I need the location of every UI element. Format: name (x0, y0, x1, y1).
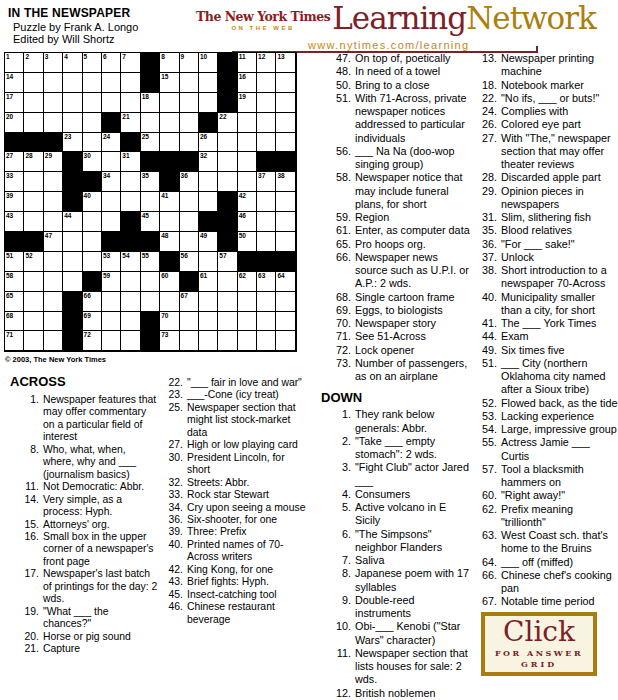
grid-cell[interactable] (180, 312, 199, 332)
clue-item: 40.Municipality smaller than a city, for… (469, 291, 618, 318)
clue-item: 7.Saliva (315, 554, 472, 567)
grid-cell[interactable]: 66 (83, 292, 102, 312)
grid-cell[interactable]: 39 (5, 192, 24, 212)
grid-cell[interactable] (141, 113, 160, 133)
grid-cell[interactable]: 70 (160, 312, 179, 332)
grid-cell[interactable]: 40 (83, 192, 102, 212)
grid-cell[interactable] (24, 292, 43, 312)
grid-cell[interactable]: 52 (24, 252, 43, 272)
grid-cell[interactable] (199, 331, 218, 351)
grid-cell[interactable] (24, 172, 43, 192)
grid-cell[interactable]: 3 (44, 53, 63, 73)
clue-text: "No ifs, ___ or buts!" (501, 92, 618, 105)
clue-item: 4.Consumers (315, 488, 472, 501)
clue-text: Flowed back, as the tide (501, 397, 618, 410)
answer-grid-button[interactable]: Click FOR ANSWER GRID (481, 612, 597, 676)
grid-cell[interactable] (44, 192, 63, 212)
clue-item: 31.Slim, slithering fish (469, 211, 618, 224)
grid-cell-black (160, 252, 179, 272)
grid-cell[interactable]: 8 (160, 53, 179, 73)
grid-cell[interactable] (63, 113, 82, 133)
grid-cell[interactable]: 38 (276, 172, 295, 192)
clue-number: 11. (6, 481, 43, 493)
clue-text: Chinese chef's cooking pan (501, 569, 618, 596)
logo-url-link[interactable]: www.nytimes.com/learning (308, 39, 469, 51)
grid-cell[interactable]: 14 (5, 73, 24, 93)
cell-number: 9 (181, 53, 185, 61)
grid-cell[interactable]: 4 (63, 53, 82, 73)
grid-cell[interactable] (63, 232, 82, 252)
clue-text: Rock star Stewart (187, 489, 310, 501)
grid-cell[interactable]: 2 (24, 53, 43, 73)
grid-cell[interactable] (102, 212, 121, 232)
grid-cell[interactable]: 62 (238, 272, 257, 292)
grid-cell[interactable]: 32 (199, 152, 218, 172)
grid-cell[interactable] (180, 232, 199, 252)
grid-cell[interactable]: 72 (83, 331, 102, 351)
grid-cell[interactable] (199, 252, 218, 272)
answer-grid-button-click-label: Click (485, 617, 593, 647)
grid-cell-black (63, 172, 82, 192)
grid-cell[interactable] (276, 73, 295, 93)
clue-number: 69. (315, 304, 355, 317)
grid-cell[interactable] (44, 331, 63, 351)
grid-cell[interactable] (238, 152, 257, 172)
cell-number: 38 (277, 172, 284, 180)
grid-cell[interactable] (238, 331, 257, 351)
clue-item: 9.Double-reed instruments (315, 594, 472, 621)
grid-cell[interactable] (44, 312, 63, 332)
grid-cell[interactable] (44, 212, 63, 232)
clue-text: Very simple, as a process: Hyph. (43, 494, 159, 519)
grid-cell[interactable]: 73 (160, 331, 179, 351)
cell-number: 53 (103, 252, 110, 260)
grid-cell[interactable] (24, 113, 43, 133)
grid-cell[interactable] (238, 113, 257, 133)
grid-cell[interactable]: 61 (199, 272, 218, 292)
grid-cell[interactable] (238, 172, 257, 192)
cell-number: 30 (84, 152, 91, 160)
cell-number: 10 (200, 53, 207, 61)
clue-number: 13. (469, 52, 501, 79)
grid-cell[interactable] (24, 192, 43, 212)
grid-cell-black (141, 331, 160, 351)
grid-cell[interactable] (218, 331, 237, 351)
clue-item: 44.Exam (469, 330, 618, 343)
grid-cell[interactable]: 19 (238, 93, 257, 113)
grid-cell[interactable] (257, 232, 276, 252)
grid-cell[interactable]: 11 (238, 53, 257, 73)
grid-cell[interactable] (199, 312, 218, 332)
grid-cell[interactable]: 44 (63, 212, 82, 232)
grid-cell[interactable] (83, 113, 102, 133)
clue-number: 66. (469, 569, 501, 596)
grid-cell[interactable]: 21 (121, 113, 140, 133)
clue-text: Newspaper news source such as U.P.I. or … (355, 251, 472, 291)
grid-cell[interactable] (121, 331, 140, 351)
grid-cell-black (257, 152, 276, 172)
grid-cell[interactable] (83, 212, 102, 232)
grid-cell[interactable]: 23 (63, 133, 82, 153)
clue-number: 17. (6, 568, 43, 605)
clue-item: 28.Discarded apple part (469, 171, 618, 184)
grid-cell[interactable]: 55 (141, 252, 160, 272)
grid-cell[interactable] (199, 292, 218, 312)
grid-cell[interactable]: 16 (238, 73, 257, 93)
clue-item: 46.Chinese restaurant beverage (157, 601, 310, 626)
cell-number: 19 (239, 93, 246, 101)
grid-cell[interactable] (141, 272, 160, 292)
grid-cell[interactable]: 7 (121, 53, 140, 73)
grid-cell[interactable] (102, 292, 121, 312)
clue-item: 52.Flowed back, as the tide (469, 397, 618, 410)
grid-cell[interactable]: 26 (199, 133, 218, 153)
clue-text: See 51-Across (355, 330, 472, 343)
clue-number: 53. (469, 410, 501, 423)
grid-cell[interactable]: 24 (102, 133, 121, 153)
clue-text: Eggs, to biologists (355, 304, 472, 317)
grid-cell-black (63, 312, 82, 332)
grid-cell[interactable]: 59 (102, 272, 121, 292)
grid-cell[interactable] (102, 152, 121, 172)
grid-cell[interactable] (218, 133, 237, 153)
grid-cell[interactable] (160, 93, 179, 113)
grid-cell-black (63, 192, 82, 212)
grid-cell[interactable] (83, 133, 102, 153)
grid-cell[interactable] (24, 73, 43, 93)
grid-cell[interactable]: 25 (141, 133, 160, 153)
grid-cell[interactable] (257, 192, 276, 212)
grid-cell[interactable] (160, 212, 179, 232)
grid-cell[interactable] (102, 312, 121, 332)
grid-cell[interactable]: 69 (83, 312, 102, 332)
grid-cell[interactable] (102, 331, 121, 351)
grid-cell[interactable] (63, 93, 82, 113)
grid-cell[interactable] (83, 73, 102, 93)
clue-text: Notable time period (501, 595, 618, 608)
grid-cell[interactable]: 36 (180, 172, 199, 192)
clue-text: ___-Cone (icy treat) (187, 389, 310, 401)
clue-item: 27.High or low playing card (157, 439, 310, 451)
grid-cell[interactable] (121, 292, 140, 312)
grid-cell[interactable] (44, 172, 63, 192)
clue-item: 71.See 51-Across (315, 330, 472, 343)
clue-item: 11.Newspaper section that lists houses f… (315, 647, 472, 687)
clue-text: Exam (501, 330, 618, 343)
grid-cell[interactable] (257, 331, 276, 351)
grid-cell[interactable] (276, 113, 295, 133)
clue-item: 63.West Coast sch. that's home to the Br… (469, 529, 618, 556)
grid-cell[interactable]: 65 (5, 292, 24, 312)
cell-number: 18 (142, 93, 149, 101)
grid-cell[interactable] (218, 272, 237, 292)
grid-cell[interactable] (83, 252, 102, 272)
grid-cell-black (257, 252, 276, 272)
grid-cell[interactable] (218, 172, 237, 192)
grid-cell[interactable] (218, 312, 237, 332)
grid-cell[interactable] (257, 93, 276, 113)
grid-cell[interactable] (44, 93, 63, 113)
clue-number: 39. (157, 526, 187, 538)
grid-cell[interactable] (257, 113, 276, 133)
clue-number: 73. (315, 357, 355, 384)
grid-cell[interactable]: 45 (141, 212, 160, 232)
clue-text: Small box in the upper corner of a newsp… (43, 531, 159, 568)
grid-cell[interactable] (180, 192, 199, 212)
grid-cell[interactable] (121, 172, 140, 192)
cell-number: 37 (258, 172, 265, 180)
clue-item: 61.Enter, as computer data (315, 224, 472, 237)
cell-number: 61 (200, 272, 207, 280)
grid-cell[interactable]: 34 (102, 172, 121, 192)
clue-number: 27. (157, 439, 187, 451)
grid-cell[interactable] (102, 93, 121, 113)
grid-cell[interactable] (44, 292, 63, 312)
clue-number: 56. (315, 145, 355, 172)
grid-cell[interactable]: 13 (276, 53, 295, 73)
grid-cell[interactable] (121, 312, 140, 332)
grid-cell[interactable] (180, 93, 199, 113)
grid-cell[interactable]: 31 (121, 152, 140, 172)
grid-cell[interactable] (276, 312, 295, 332)
grid-cell[interactable]: 10 (199, 53, 218, 73)
clue-item: 68.Single cartoon frame (315, 291, 472, 304)
cell-number: 2 (25, 53, 29, 61)
cell-number: 6 (103, 53, 107, 61)
grid-cell[interactable]: 58 (5, 272, 24, 292)
grid-cell[interactable]: 50 (238, 232, 257, 252)
grid-cell-black (83, 272, 102, 292)
clue-text: King Kong, for one (187, 564, 310, 576)
grid-cell[interactable] (180, 133, 199, 153)
clue-number: 1. (6, 394, 43, 444)
grid-cell[interactable]: 17 (5, 93, 24, 113)
clue-number: 22. (157, 377, 187, 389)
grid-cell[interactable] (44, 272, 63, 292)
grid-cell[interactable]: 56 (180, 252, 199, 272)
grid-cell[interactable] (160, 133, 179, 153)
clue-text: Newspaper features that may offer commen… (43, 394, 159, 444)
grid-cell[interactable] (276, 292, 295, 312)
clue-item: 11.Not Democratic: Abbr. (6, 481, 159, 493)
grid-cell[interactable] (83, 93, 102, 113)
grid-cell[interactable] (238, 292, 257, 312)
clue-text: Newspaper section that might list stock-… (187, 402, 310, 439)
clue-number: 21. (6, 643, 43, 655)
grid-cell-black (44, 133, 63, 153)
grid-cell[interactable]: 6 (102, 53, 121, 73)
clue-text: Three: Prefix (187, 526, 310, 538)
grid-cell[interactable]: 30 (83, 152, 102, 172)
cell-number: 52 (25, 252, 32, 260)
grid-cell[interactable] (257, 312, 276, 332)
grid-cell[interactable] (276, 331, 295, 351)
grid-cell[interactable] (63, 252, 82, 272)
grid-cell[interactable] (102, 73, 121, 93)
nyt-learning-network-logo: The New York Times ON THE WEB LearningNe… (196, 2, 556, 54)
clue-item: 72.Lock opener (315, 344, 472, 357)
grid-cell[interactable]: 64 (276, 272, 295, 292)
grid-cell[interactable]: 35 (141, 172, 160, 192)
grid-cell[interactable] (24, 331, 43, 351)
cell-number: 11 (239, 53, 246, 61)
grid-cell[interactable]: 46 (238, 212, 257, 232)
grid-cell[interactable] (199, 172, 218, 192)
grid-cell[interactable]: 42 (238, 192, 257, 212)
grid-cell[interactable] (276, 212, 295, 232)
grid-cell[interactable]: 12 (257, 53, 276, 73)
cell-number: 65 (6, 292, 13, 300)
clue-number: 43. (157, 576, 187, 588)
grid-cell-black (121, 133, 140, 153)
grid-cell[interactable] (276, 93, 295, 113)
cell-number: 40 (84, 192, 91, 200)
grid-cell[interactable] (238, 312, 257, 332)
clue-text: Japanese poem with 17 syllables (355, 567, 472, 594)
clue-text: Active volcano in E Sicily (355, 501, 472, 528)
grid-cell[interactable]: 63 (257, 272, 276, 292)
cell-number: 7 (122, 53, 126, 61)
grid-cell[interactable] (160, 113, 179, 133)
clue-number: 42. (157, 564, 187, 576)
clue-number: 46. (157, 601, 187, 626)
grid-cell[interactable] (121, 192, 140, 212)
grid-cell-black (218, 73, 237, 93)
grid-cell[interactable]: 37 (257, 172, 276, 192)
grid-cell[interactable] (121, 73, 140, 93)
clue-item: 8.Japanese poem with 17 syllables (315, 567, 472, 594)
cell-number: 26 (200, 133, 207, 141)
clue-item: 64.___ off (miffed) (469, 556, 618, 569)
clue-text: ___ City (northern Oklahoma city named a… (501, 357, 618, 397)
grid-cell[interactable] (276, 192, 295, 212)
grid-cell[interactable] (199, 192, 218, 212)
grid-cell[interactable] (63, 272, 82, 292)
clue-number: 15. (6, 519, 43, 531)
grid-cell[interactable]: 67 (180, 292, 199, 312)
grid-cell[interactable] (276, 133, 295, 153)
cell-number: 49 (200, 232, 207, 240)
grid-cell[interactable]: 48 (160, 232, 179, 252)
clue-text: "Fight Club" actor Jared ___ (355, 461, 472, 488)
clue-number: 71. (315, 330, 355, 343)
grid-cell[interactable]: 1 (5, 53, 24, 73)
grid-cell-black (218, 232, 237, 252)
grid-cell[interactable] (257, 212, 276, 232)
clue-text: Capture (43, 643, 159, 655)
clue-text: Double-reed instruments (355, 594, 472, 621)
clue-number: 61. (315, 224, 355, 237)
grid-cell[interactable] (257, 133, 276, 153)
grid-cell[interactable]: 68 (5, 312, 24, 332)
clue-text: Bring to a close (355, 79, 472, 92)
clue-item: 56.___ Na Na (doo-wop singing group) (315, 145, 472, 172)
cell-number: 67 (181, 292, 188, 300)
grid-cell-black (63, 331, 82, 351)
cell-number: 69 (84, 312, 91, 320)
clue-item: 39.Three: Prefix (157, 526, 310, 538)
grid-cell[interactable]: 33 (5, 172, 24, 192)
grid-cell[interactable]: 29 (44, 152, 63, 172)
grid-cell[interactable] (44, 252, 63, 272)
grid-cell[interactable] (180, 331, 199, 351)
grid-cell-black (5, 232, 24, 252)
clue-number: 18. (469, 79, 501, 92)
grid-cell[interactable] (141, 192, 160, 212)
grid-cell[interactable] (24, 312, 43, 332)
grid-cell[interactable] (44, 73, 63, 93)
grid-cell[interactable]: 71 (5, 331, 24, 351)
grid-cell[interactable] (199, 93, 218, 113)
learning-wordmark: Learning (332, 0, 466, 36)
grid-cell[interactable] (121, 272, 140, 292)
clue-number: 49. (469, 344, 501, 357)
grid-cell[interactable]: 41 (160, 192, 179, 212)
grid-cell[interactable]: 49 (199, 232, 218, 252)
grid-cell[interactable]: 47 (44, 232, 63, 252)
grid-cell[interactable] (102, 192, 121, 212)
grid-cell[interactable] (141, 292, 160, 312)
grid-cell[interactable] (180, 212, 199, 232)
clue-number: 8. (315, 567, 355, 594)
grid-cell[interactable]: 27 (5, 152, 24, 172)
grid-cell[interactable]: 15 (160, 73, 179, 93)
grid-cell[interactable]: 20 (5, 113, 24, 133)
grid-cell[interactable] (83, 232, 102, 252)
grid-cell[interactable]: 53 (102, 252, 121, 272)
grid-cell[interactable] (238, 133, 257, 153)
grid-cell[interactable]: 43 (5, 212, 24, 232)
grid-cell[interactable]: 5 (83, 53, 102, 73)
grid-cell[interactable] (257, 73, 276, 93)
learning-network-wordmark: LearningNetwork (332, 2, 596, 34)
grid-cell-black (199, 113, 218, 133)
grid-cell-black (238, 252, 257, 272)
clue-item: 5.Active volcano in E Sicily (315, 501, 472, 528)
grid-cell[interactable] (63, 73, 82, 93)
cell-number: 29 (45, 152, 52, 160)
grid-cell[interactable] (160, 292, 179, 312)
grid-cell[interactable] (44, 113, 63, 133)
grid-cell[interactable] (180, 73, 199, 93)
grid-cell[interactable] (180, 113, 199, 133)
grid-cell[interactable] (24, 93, 43, 113)
cell-number: 33 (6, 172, 13, 180)
clue-text: Brief fights: Hyph. (187, 576, 310, 588)
grid-cell[interactable]: 18 (141, 93, 160, 113)
grid-cell[interactable] (199, 73, 218, 93)
grid-cell[interactable] (24, 272, 43, 292)
grid-cell[interactable]: 9 (180, 53, 199, 73)
grid-cell[interactable]: 54 (121, 252, 140, 272)
cell-number: 42 (239, 192, 246, 200)
grid-cell[interactable]: 22 (218, 113, 237, 133)
clue-number: 19. (6, 606, 43, 631)
grid-cell[interactable] (218, 292, 237, 312)
grid-cell[interactable]: 60 (160, 272, 179, 292)
clue-number: 8. (6, 444, 43, 481)
cell-number: 23 (64, 133, 71, 141)
grid-cell[interactable] (24, 212, 43, 232)
grid-cell[interactable] (276, 232, 295, 252)
grid-cell[interactable] (257, 292, 276, 312)
grid-cell[interactable]: 57 (218, 252, 237, 272)
grid-cell[interactable]: 51 (5, 252, 24, 272)
grid-cell[interactable]: 28 (24, 152, 43, 172)
grid-cell[interactable] (218, 152, 237, 172)
on-the-web-label: ON THE WEB (196, 25, 330, 31)
grid-cell[interactable] (121, 93, 140, 113)
